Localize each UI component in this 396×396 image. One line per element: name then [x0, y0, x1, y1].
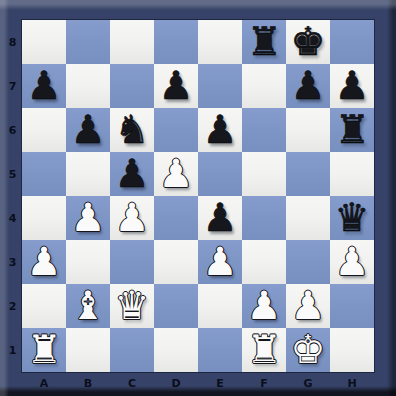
- file-label-h: H: [330, 372, 374, 396]
- square-c1[interactable]: [110, 328, 154, 372]
- piece-white-pawn[interactable]: ♟: [203, 242, 238, 281]
- square-g6[interactable]: [286, 108, 330, 152]
- square-b7[interactable]: [66, 64, 110, 108]
- square-h4[interactable]: ♛: [330, 196, 374, 240]
- square-d5[interactable]: ♟: [154, 152, 198, 196]
- square-a4[interactable]: [22, 196, 66, 240]
- square-h8[interactable]: [330, 20, 374, 64]
- square-f7[interactable]: [242, 64, 286, 108]
- square-b4[interactable]: ♟: [66, 196, 110, 240]
- piece-black-pawn[interactable]: ♟: [115, 154, 150, 193]
- square-f3[interactable]: [242, 240, 286, 284]
- square-g5[interactable]: [286, 152, 330, 196]
- piece-black-pawn[interactable]: ♟: [203, 198, 238, 237]
- square-h6[interactable]: ♜: [330, 108, 374, 152]
- square-a3[interactable]: ♟: [22, 240, 66, 284]
- square-b8[interactable]: [66, 20, 110, 64]
- piece-white-pawn[interactable]: ♟: [71, 198, 106, 237]
- square-e4[interactable]: ♟: [198, 196, 242, 240]
- square-e3[interactable]: ♟: [198, 240, 242, 284]
- square-d1[interactable]: [154, 328, 198, 372]
- square-c5[interactable]: ♟: [110, 152, 154, 196]
- piece-black-rook[interactable]: ♜: [247, 22, 282, 61]
- piece-black-knight[interactable]: ♞: [115, 110, 150, 149]
- square-h2[interactable]: [330, 284, 374, 328]
- square-e5[interactable]: [198, 152, 242, 196]
- square-a6[interactable]: [22, 108, 66, 152]
- square-d3[interactable]: [154, 240, 198, 284]
- square-d6[interactable]: [154, 108, 198, 152]
- piece-black-rook[interactable]: ♜: [335, 110, 370, 149]
- square-c4[interactable]: ♟: [110, 196, 154, 240]
- piece-white-pawn[interactable]: ♟: [159, 154, 194, 193]
- rank-label-2: 2: [0, 284, 22, 328]
- piece-white-pawn[interactable]: ♟: [115, 198, 150, 237]
- rank-label-8: 8: [0, 20, 22, 64]
- square-c8[interactable]: [110, 20, 154, 64]
- square-e2[interactable]: [198, 284, 242, 328]
- square-a8[interactable]: [22, 20, 66, 64]
- square-b1[interactable]: [66, 328, 110, 372]
- file-label-e: E: [198, 372, 242, 396]
- square-e6[interactable]: ♟: [198, 108, 242, 152]
- square-d8[interactable]: [154, 20, 198, 64]
- rank-label-6: 6: [0, 108, 22, 152]
- square-g2[interactable]: ♟: [286, 284, 330, 328]
- square-e7[interactable]: [198, 64, 242, 108]
- chessboard-frame: ♜♚♟♟♟♟♟♞♟♜♟♟♟♟♟♛♟♟♟♝♛♟♟♜♜♚ 87654321 ABCD…: [0, 0, 396, 396]
- square-b5[interactable]: [66, 152, 110, 196]
- rank-label-5: 5: [0, 152, 22, 196]
- square-h1[interactable]: [330, 328, 374, 372]
- file-label-b: B: [66, 372, 110, 396]
- piece-white-pawn[interactable]: ♟: [291, 286, 326, 325]
- square-h7[interactable]: ♟: [330, 64, 374, 108]
- piece-white-bishop[interactable]: ♝: [71, 286, 106, 325]
- square-g1[interactable]: ♚: [286, 328, 330, 372]
- square-g3[interactable]: [286, 240, 330, 284]
- square-g7[interactable]: ♟: [286, 64, 330, 108]
- square-d4[interactable]: [154, 196, 198, 240]
- rank-label-7: 7: [0, 64, 22, 108]
- piece-black-pawn[interactable]: ♟: [159, 66, 194, 105]
- piece-white-king[interactable]: ♚: [291, 330, 326, 369]
- square-b3[interactable]: [66, 240, 110, 284]
- file-label-d: D: [154, 372, 198, 396]
- piece-white-rook[interactable]: ♜: [27, 330, 62, 369]
- rank-label-4: 4: [0, 196, 22, 240]
- piece-white-pawn[interactable]: ♟: [27, 242, 62, 281]
- piece-white-rook[interactable]: ♜: [247, 330, 282, 369]
- piece-black-queen[interactable]: ♛: [335, 198, 370, 237]
- square-g4[interactable]: [286, 196, 330, 240]
- piece-black-pawn[interactable]: ♟: [291, 66, 326, 105]
- piece-black-king[interactable]: ♚: [291, 22, 326, 61]
- file-label-a: A: [22, 372, 66, 396]
- square-a5[interactable]: [22, 152, 66, 196]
- square-b6[interactable]: ♟: [66, 108, 110, 152]
- square-b2[interactable]: ♝: [66, 284, 110, 328]
- square-c6[interactable]: ♞: [110, 108, 154, 152]
- piece-black-pawn[interactable]: ♟: [335, 66, 370, 105]
- square-d2[interactable]: [154, 284, 198, 328]
- square-c7[interactable]: [110, 64, 154, 108]
- square-f2[interactable]: ♟: [242, 284, 286, 328]
- file-label-g: G: [286, 372, 330, 396]
- square-d7[interactable]: ♟: [154, 64, 198, 108]
- square-h5[interactable]: [330, 152, 374, 196]
- file-label-c: C: [110, 372, 154, 396]
- piece-white-queen[interactable]: ♛: [115, 286, 150, 325]
- chess-board[interactable]: ♜♚♟♟♟♟♟♞♟♜♟♟♟♟♟♛♟♟♟♝♛♟♟♜♜♚: [22, 20, 374, 372]
- square-a1[interactable]: ♜: [22, 328, 66, 372]
- rank-label-3: 3: [0, 240, 22, 284]
- square-a7[interactable]: ♟: [22, 64, 66, 108]
- rank-labels: 87654321: [0, 20, 22, 372]
- square-c3[interactable]: [110, 240, 154, 284]
- square-f4[interactable]: [242, 196, 286, 240]
- file-label-f: F: [242, 372, 286, 396]
- file-labels: ABCDEFGH: [22, 372, 374, 396]
- square-e8[interactable]: [198, 20, 242, 64]
- square-g8[interactable]: ♚: [286, 20, 330, 64]
- square-f6[interactable]: [242, 108, 286, 152]
- square-c2[interactable]: ♛: [110, 284, 154, 328]
- piece-black-pawn[interactable]: ♟: [71, 110, 106, 149]
- piece-black-pawn[interactable]: ♟: [27, 66, 62, 105]
- square-f5[interactable]: [242, 152, 286, 196]
- piece-white-pawn[interactable]: ♟: [247, 286, 282, 325]
- square-f1[interactable]: ♜: [242, 328, 286, 372]
- square-f8[interactable]: ♜: [242, 20, 286, 64]
- piece-black-pawn[interactable]: ♟: [203, 110, 238, 149]
- piece-white-pawn[interactable]: ♟: [335, 242, 370, 281]
- square-a2[interactable]: [22, 284, 66, 328]
- rank-label-1: 1: [0, 328, 22, 372]
- square-e1[interactable]: [198, 328, 242, 372]
- square-h3[interactable]: ♟: [330, 240, 374, 284]
